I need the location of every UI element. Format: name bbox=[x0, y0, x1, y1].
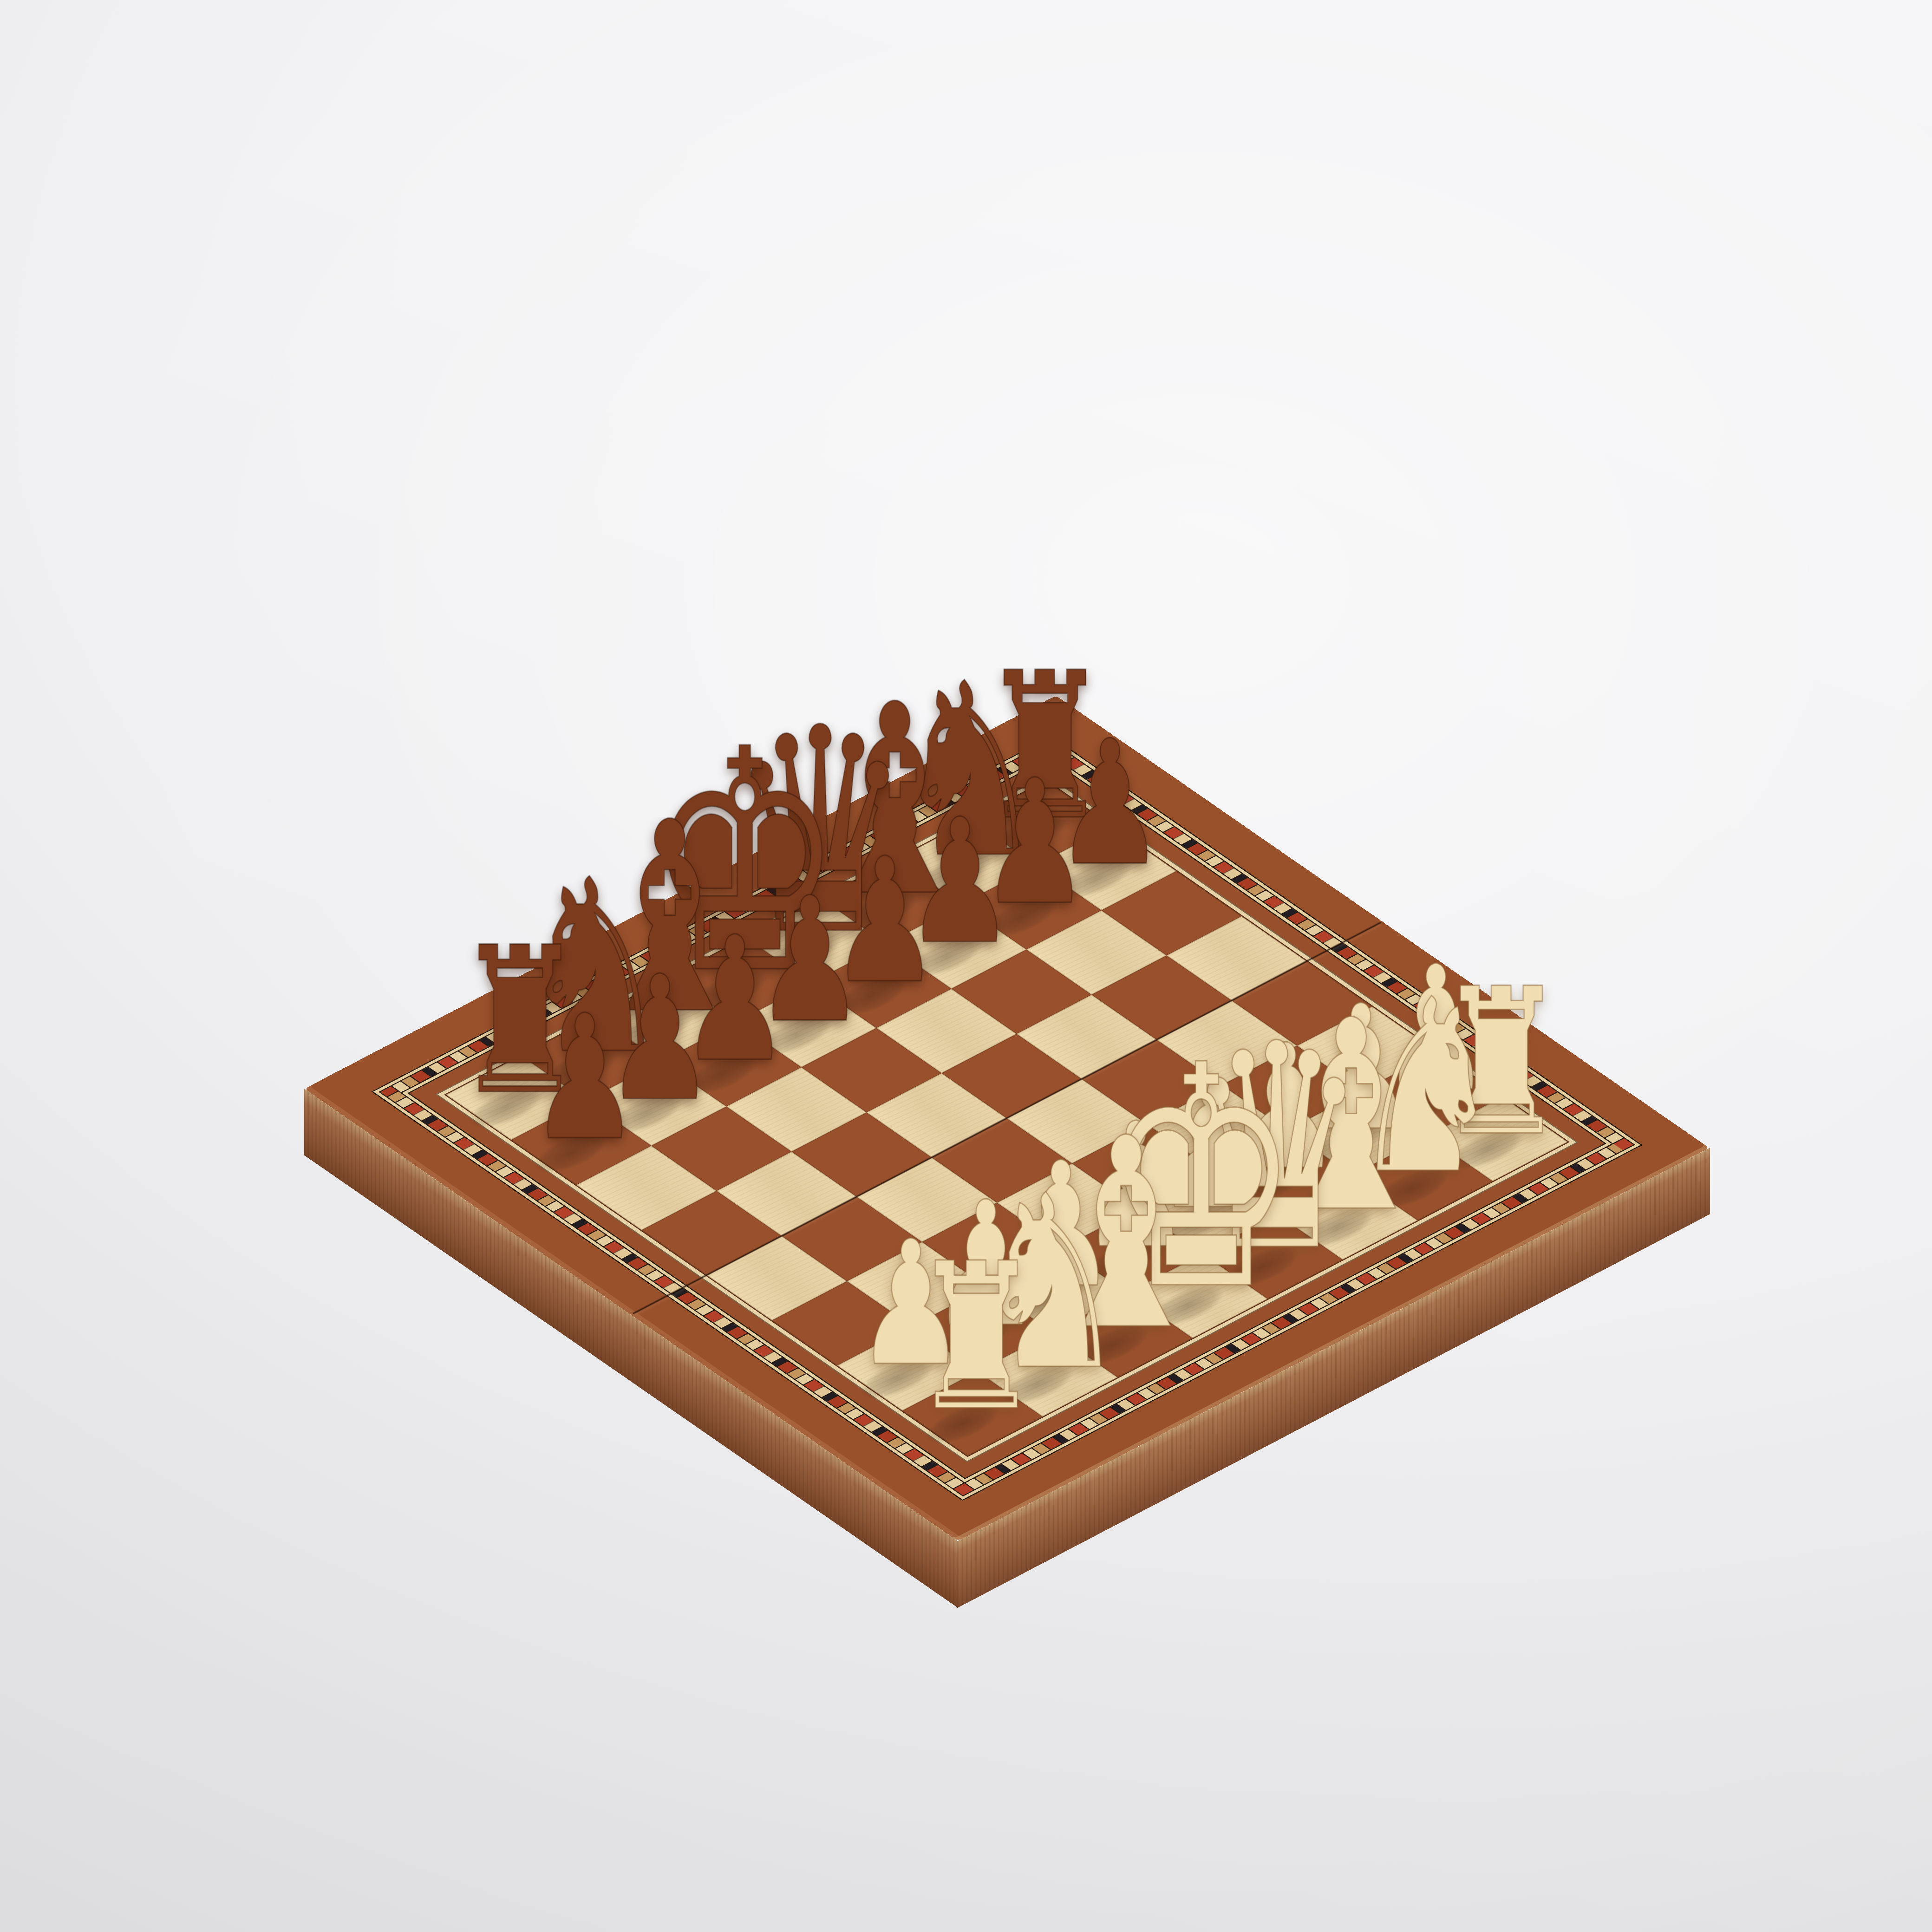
black-pawn-glyph: ♟ bbox=[468, 1012, 702, 1146]
scene-3d: ♜♞♝♚♛♝♞♜♟♟♟♟♟♟♟♟♟♟♟♟♟♟♟♟♜♞♝♚♛♝♞♜ bbox=[0, 0, 1932, 1932]
chess-box: ♜♞♝♚♛♝♞♜♟♟♟♟♟♟♟♟♟♟♟♟♟♟♟♟♜♞♝♚♛♝♞♜ bbox=[305, 696, 1710, 1541]
white-rook-glyph: ♜ bbox=[859, 1259, 1093, 1416]
